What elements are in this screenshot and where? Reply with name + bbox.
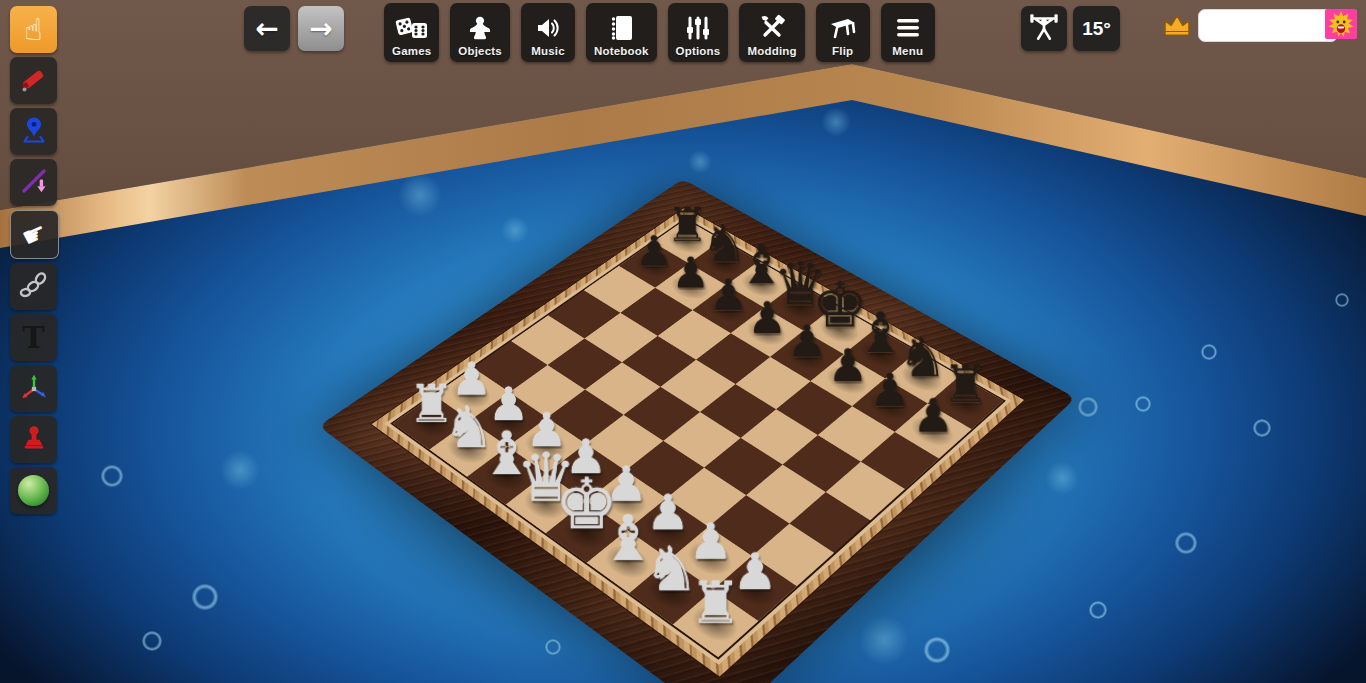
line-arrow-icon [20,167,48,199]
marker-tool[interactable] [10,57,57,104]
music-label: Music [531,45,565,57]
menu-button[interactable]: Menu [881,3,935,62]
text-tool[interactable]: T [10,314,57,361]
angle-snap-button[interactable]: 15° [1073,6,1120,51]
weight-button[interactable] [1021,6,1067,51]
tool-sidebar: ☝ ☛ T [10,6,59,514]
grab-tool[interactable]: ☝ [10,6,57,53]
modding-button[interactable]: Modding [739,3,804,62]
objects-button[interactable]: Objects [450,3,510,62]
notebook-icon [608,13,634,43]
table-flip-icon [828,13,858,43]
square-d4[interactable] [624,387,700,441]
line-tool[interactable] [10,159,57,206]
music-button[interactable]: Music [521,3,575,62]
sliders-icon [685,13,711,43]
zone-tool[interactable] [10,108,57,155]
grab-hand-icon: ☝ [24,15,42,45]
hamburger-icon [895,13,921,43]
options-button[interactable]: Options [668,3,729,62]
flick-tool[interactable]: ☛ [10,210,59,259]
flip-label: Flip [832,45,853,57]
redo-button[interactable]: → [298,6,344,51]
decal-tool[interactable] [10,416,57,463]
decal-stamp-icon [20,424,48,456]
gizmo-tool[interactable] [10,365,57,412]
objects-label: Objects [458,45,502,57]
menu-label: Menu [892,45,923,57]
angle-value: 15° [1082,18,1111,40]
tiger-avatar[interactable] [1325,9,1357,39]
tools-icon [758,13,786,43]
arrow-left-icon: ← [255,15,278,43]
ball-icon [18,475,49,506]
gizmo-axes-icon [19,372,49,406]
chat-input[interactable] [1198,9,1338,42]
ball-tool[interactable] [10,467,57,514]
meeple-icon [466,13,494,43]
flick-hand-icon: ☛ [18,217,51,252]
flip-button[interactable]: Flip [816,3,870,62]
options-label: Options [676,45,721,57]
notebook-label: Notebook [594,45,649,57]
games-label: Games [392,45,431,57]
arrow-right-icon: → [309,15,332,43]
black-pawn[interactable]: ♟ [869,367,910,413]
notebook-button[interactable]: Notebook [586,3,657,62]
games-button[interactable]: Games [384,3,439,62]
top-toolbar: ← → Games Objects [0,0,1366,70]
marker-icon [19,64,49,98]
weightlifter-icon [1028,11,1060,47]
square-e6[interactable] [736,357,811,409]
text-icon: T [22,323,44,353]
dice-icon [395,13,429,43]
crown-icon [1162,12,1192,42]
modding-label: Modding [747,45,796,57]
square-h7[interactable]: ♟ [895,404,972,459]
zone-pin-icon [20,116,48,148]
speaker-icon [535,13,561,43]
undo-button[interactable]: ← [244,6,290,51]
joint-chain-icon [19,270,49,304]
joint-tool[interactable] [10,263,57,310]
